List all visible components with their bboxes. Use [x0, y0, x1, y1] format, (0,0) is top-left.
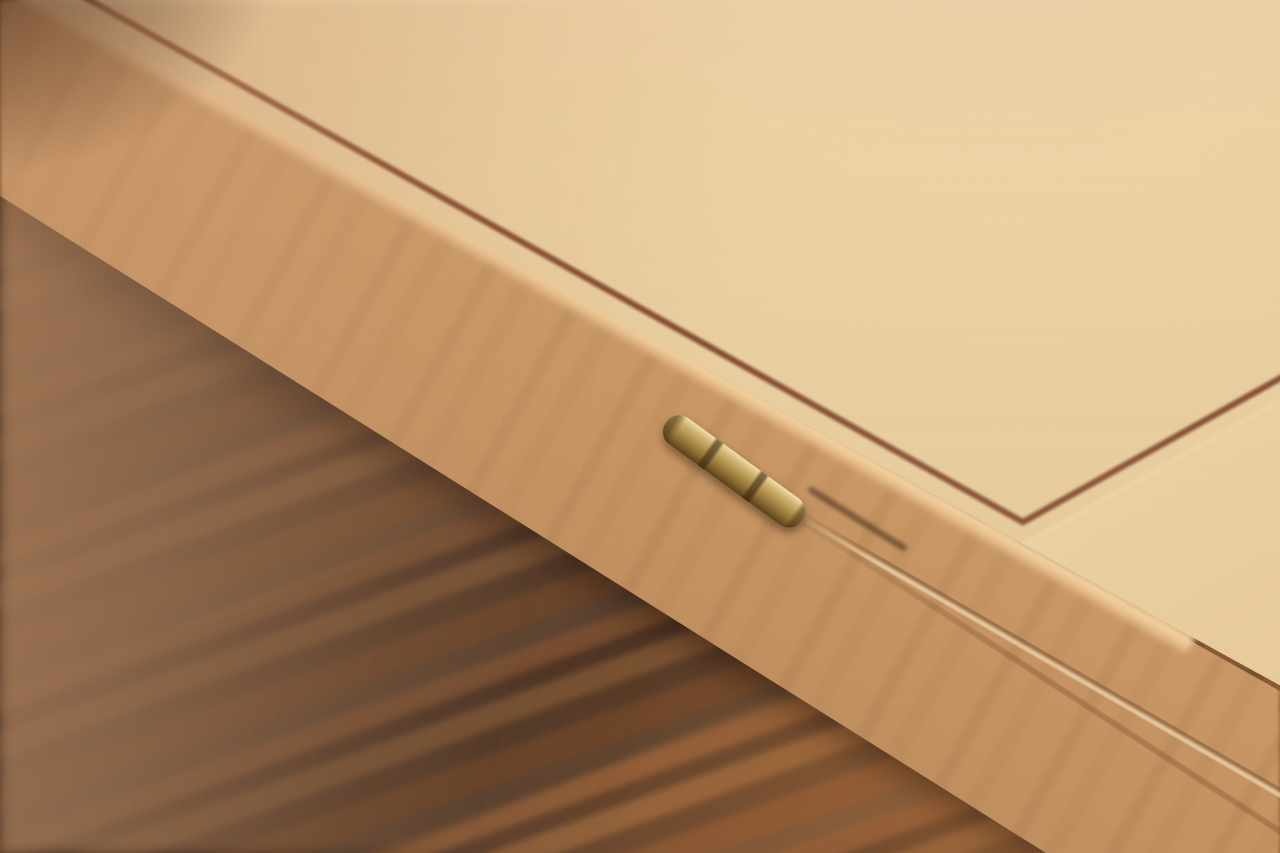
photo-vignette — [0, 0, 1280, 853]
photo-scene — [0, 0, 1280, 853]
